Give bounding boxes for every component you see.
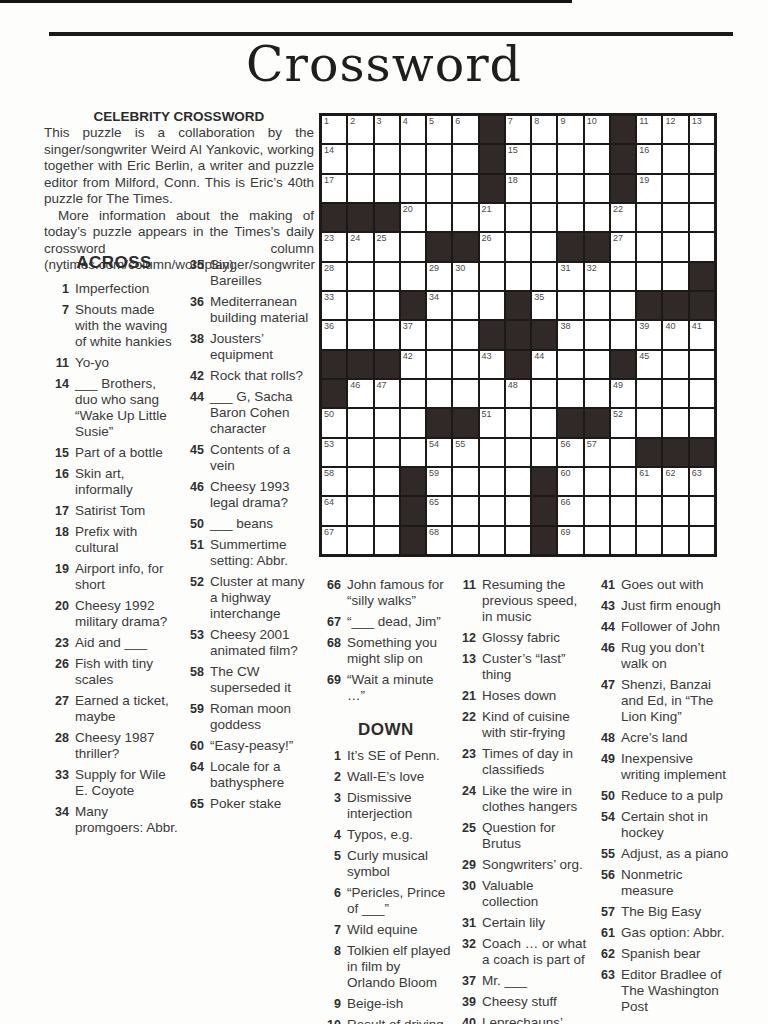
clue-text: It’s SE of Penn. xyxy=(347,748,440,764)
cell-r2c8[interactable]: 15 xyxy=(506,145,530,172)
cell-number-33: 33 xyxy=(324,292,334,302)
cell-r15c10[interactable]: 69 xyxy=(558,527,582,554)
clue-text: Times of day in classifieds xyxy=(482,746,590,778)
clue-across-7: 7Shouts made with the waving of white ha… xyxy=(48,302,180,350)
clue-down-32: 32Coach … or what a coach is part of xyxy=(455,936,590,968)
clue-down-30: 30Valuable collection xyxy=(455,878,590,910)
cell-r2c14[interactable] xyxy=(663,145,687,172)
cell-r12c8[interactable] xyxy=(506,439,530,466)
cell-r15c9-black xyxy=(532,527,556,554)
cell-r15c8[interactable] xyxy=(506,527,530,554)
cell-r7c11[interactable] xyxy=(585,292,609,319)
cell-r1c10[interactable]: 9 xyxy=(558,116,582,143)
cell-r10c3[interactable]: 47 xyxy=(375,380,399,407)
clue-down-37: 37Mr. ___ xyxy=(455,973,590,989)
cell-r10c7[interactable] xyxy=(480,380,504,407)
cell-r4c12[interactable]: 22 xyxy=(611,204,635,231)
clue-number: 46 xyxy=(183,479,210,511)
clue-down-48: 48Acre’s land xyxy=(594,730,734,746)
cell-number-18: 18 xyxy=(508,175,518,185)
down-clues-3: 41Goes out with43Just firm enough44Follo… xyxy=(594,577,734,1015)
cell-r14c10[interactable]: 66 xyxy=(558,497,582,524)
cell-number-23: 23 xyxy=(324,233,334,243)
cell-r15c5[interactable]: 68 xyxy=(427,527,451,554)
clue-number: 62 xyxy=(594,946,621,962)
clue-number: 31 xyxy=(455,915,482,931)
cell-r9c14[interactable] xyxy=(663,351,687,378)
cell-number-6: 6 xyxy=(455,116,460,126)
cell-r1c11[interactable]: 10 xyxy=(585,116,609,143)
cell-r14c11[interactable] xyxy=(585,497,609,524)
cell-number-65: 65 xyxy=(429,497,439,507)
cell-r11c12[interactable]: 52 xyxy=(611,409,635,436)
cell-r11c14[interactable] xyxy=(663,409,687,436)
cell-r11c10-black xyxy=(558,409,582,436)
cell-r13c8[interactable] xyxy=(506,468,530,495)
cell-r4c15[interactable] xyxy=(690,204,714,231)
cell-r12c1[interactable]: 53 xyxy=(322,439,346,466)
clue-number: 59 xyxy=(183,701,210,733)
cell-r13c15[interactable]: 63 xyxy=(690,468,714,495)
cell-r4c13[interactable] xyxy=(637,204,661,231)
cell-r15c13[interactable] xyxy=(637,527,661,554)
clue-number: 25 xyxy=(455,820,482,852)
clue-across-34: 34Many promgoers: Abbr. xyxy=(48,804,180,836)
cell-r6c12[interactable] xyxy=(611,263,635,290)
clue-down-47: 47Shenzi, Banzai and Ed, in “The Lion Ki… xyxy=(594,677,734,725)
cell-r4c14[interactable] xyxy=(663,204,687,231)
cell-r6c10[interactable]: 31 xyxy=(558,263,582,290)
cell-number-3: 3 xyxy=(377,116,382,126)
cell-r8c15[interactable]: 41 xyxy=(690,321,714,348)
cell-r11c2[interactable] xyxy=(348,409,372,436)
cell-r6c14[interactable] xyxy=(663,263,687,290)
clue-text: Hoses down xyxy=(482,688,556,704)
clue-number: 22 xyxy=(455,709,482,741)
cell-r9c2-black xyxy=(348,351,372,378)
cell-r12c4[interactable] xyxy=(401,439,425,466)
cell-r6c4[interactable] xyxy=(401,263,425,290)
clue-text: Jousters’ equipment xyxy=(210,331,314,363)
cell-number-54: 54 xyxy=(429,439,439,449)
cell-number-56: 56 xyxy=(560,439,570,449)
cell-r7c7[interactable] xyxy=(480,292,504,319)
cell-r6c2[interactable] xyxy=(348,263,372,290)
cell-r15c11[interactable] xyxy=(585,527,609,554)
clue-text: Custer’s “last” thing xyxy=(482,651,590,683)
clue-text: Cheesy 1993 legal drama? xyxy=(210,479,314,511)
cell-r2c6[interactable] xyxy=(453,145,477,172)
cell-r13c11[interactable] xyxy=(585,468,609,495)
cell-r1c14[interactable]: 12 xyxy=(663,116,687,143)
cell-r5c9[interactable] xyxy=(532,233,556,260)
cell-r3c12-black xyxy=(611,175,635,202)
cell-r9c11[interactable] xyxy=(585,351,609,378)
clue-number: 11 xyxy=(455,577,482,625)
cell-r4c9[interactable] xyxy=(532,204,556,231)
cell-number-39: 39 xyxy=(639,321,649,331)
clue-text: Wall-E’s love xyxy=(347,769,424,785)
cell-r1c6[interactable]: 6 xyxy=(453,116,477,143)
cell-r9c4[interactable]: 42 xyxy=(401,351,425,378)
clue-number: 68 xyxy=(320,635,347,667)
cell-r3c9[interactable] xyxy=(532,175,556,202)
clue-text: Result of driving on ice, perhaps xyxy=(347,1017,452,1024)
cell-r1c9[interactable]: 8 xyxy=(532,116,556,143)
cell-r12c2[interactable] xyxy=(348,439,372,466)
clue-text: The Big Easy xyxy=(621,904,701,920)
cell-r14c14[interactable] xyxy=(663,497,687,524)
cell-r6c6[interactable]: 30 xyxy=(453,263,477,290)
across-clue-column-1: ACROSS 1Imperfection7Shouts made with th… xyxy=(48,253,180,841)
cell-r8c10[interactable]: 38 xyxy=(558,321,582,348)
cell-r10c5[interactable] xyxy=(427,380,451,407)
cell-r6c11[interactable]: 32 xyxy=(585,263,609,290)
cell-r13c1[interactable]: 58 xyxy=(322,468,346,495)
cell-r6c1[interactable]: 28 xyxy=(322,263,346,290)
cell-r7c6[interactable] xyxy=(453,292,477,319)
clue-down-49: 49Inexpensive writing implement xyxy=(594,751,734,783)
cell-r8c13[interactable]: 39 xyxy=(637,321,661,348)
cell-r3c4[interactable] xyxy=(401,175,425,202)
cell-r1c5[interactable]: 5 xyxy=(427,116,451,143)
cell-r3c13[interactable]: 19 xyxy=(637,175,661,202)
cell-r13c6[interactable] xyxy=(453,468,477,495)
clue-down-55: 55Adjust, as a piano xyxy=(594,846,734,862)
clue-text: “Easy-peasy!” xyxy=(210,738,293,754)
cell-r10c14[interactable] xyxy=(663,380,687,407)
cell-r4c11[interactable] xyxy=(585,204,609,231)
clue-down-44: 44Follower of John xyxy=(594,619,734,635)
cell-r4c5[interactable] xyxy=(427,204,451,231)
cell-number-28: 28 xyxy=(324,263,334,273)
cell-r15c1[interactable]: 67 xyxy=(322,527,346,554)
cell-r11c13[interactable] xyxy=(637,409,661,436)
cell-r3c8[interactable]: 18 xyxy=(506,175,530,202)
clue-text: Cluster at many a highway interchange xyxy=(210,574,314,622)
cell-r3c15[interactable] xyxy=(690,175,714,202)
cell-r14c1[interactable]: 64 xyxy=(322,497,346,524)
cell-r8c12[interactable] xyxy=(611,321,635,348)
cell-r2c11[interactable] xyxy=(585,145,609,172)
cell-r12c13-black xyxy=(637,439,661,466)
cell-r2c3[interactable] xyxy=(375,145,399,172)
cell-r8c1[interactable]: 36 xyxy=(322,321,346,348)
cell-r14c7[interactable] xyxy=(480,497,504,524)
cell-r2c10[interactable] xyxy=(558,145,582,172)
clue-text: Spanish bear xyxy=(621,946,701,962)
cell-r10c12[interactable]: 49 xyxy=(611,380,635,407)
cell-r14c3[interactable] xyxy=(375,497,399,524)
cell-r2c13[interactable]: 16 xyxy=(637,145,661,172)
cell-r11c15[interactable] xyxy=(690,409,714,436)
cell-r14c6[interactable] xyxy=(453,497,477,524)
cell-r11c1[interactable]: 50 xyxy=(322,409,346,436)
clue-text: Cheesy 1987 thriller? xyxy=(75,730,180,762)
cell-r4c10[interactable] xyxy=(558,204,582,231)
cell-r9c9[interactable]: 44 xyxy=(532,351,556,378)
clue-across-23: 23Aid and ___ xyxy=(48,635,180,651)
cell-r7c3[interactable] xyxy=(375,292,399,319)
clue-text: Fish with tiny scales xyxy=(75,656,180,688)
cell-r1c4[interactable]: 4 xyxy=(401,116,425,143)
clue-number: 50 xyxy=(183,516,210,532)
cell-r9c10[interactable] xyxy=(558,351,582,378)
cell-r15c12[interactable] xyxy=(611,527,635,554)
cell-r5c15[interactable] xyxy=(690,233,714,260)
cell-r9c7[interactable]: 43 xyxy=(480,351,504,378)
cell-r4c7[interactable]: 21 xyxy=(480,204,504,231)
cell-number-11: 11 xyxy=(639,116,648,126)
cell-r15c7[interactable] xyxy=(480,527,504,554)
cell-r10c13[interactable] xyxy=(637,380,661,407)
cell-r8c11[interactable] xyxy=(585,321,609,348)
cell-r9c5[interactable] xyxy=(427,351,451,378)
clue-text: Glossy fabric xyxy=(482,630,560,646)
cell-r1c8[interactable]: 7 xyxy=(506,116,530,143)
clue-text: Locale for a bathysphere xyxy=(210,759,314,791)
clue-text: “Wait a minute …” xyxy=(347,672,452,704)
clue-text: The CW superseded it xyxy=(210,664,314,696)
cell-r11c8[interactable] xyxy=(506,409,530,436)
cell-r1c15[interactable]: 13 xyxy=(690,116,714,143)
cell-r1c1[interactable]: 1 xyxy=(322,116,346,143)
cell-r3c10[interactable] xyxy=(558,175,582,202)
cell-r12c5[interactable]: 54 xyxy=(427,439,451,466)
cell-r5c8[interactable] xyxy=(506,233,530,260)
cell-r4c8[interactable] xyxy=(506,204,530,231)
cell-r12c6[interactable]: 55 xyxy=(453,439,477,466)
cell-r1c13[interactable]: 11 xyxy=(637,116,661,143)
cell-r15c15[interactable] xyxy=(690,527,714,554)
cell-r12c12[interactable] xyxy=(611,439,635,466)
cell-r2c5[interactable] xyxy=(427,145,451,172)
cell-number-64: 64 xyxy=(324,497,334,507)
clue-number: 64 xyxy=(183,759,210,791)
cell-r11c3[interactable] xyxy=(375,409,399,436)
clue-down-23: 23Times of day in classifieds xyxy=(455,746,590,778)
cell-r8c3[interactable] xyxy=(375,321,399,348)
cell-r5c14[interactable] xyxy=(663,233,687,260)
cell-r5c2[interactable]: 24 xyxy=(348,233,372,260)
clue-number: 24 xyxy=(455,783,482,815)
clue-number: 1 xyxy=(48,281,75,297)
clue-across-50: 50___ beans xyxy=(183,516,314,532)
clue-text: Coach … or what a coach is part of xyxy=(482,936,590,968)
cell-r15c2[interactable] xyxy=(348,527,372,554)
cell-r13c7[interactable] xyxy=(480,468,504,495)
clue-text: Certain lily xyxy=(482,915,545,931)
cell-r6c3[interactable] xyxy=(375,263,399,290)
clue-text: Cheesy stuff xyxy=(482,994,557,1010)
cell-r8c6[interactable] xyxy=(453,321,477,348)
cell-r9c15[interactable] xyxy=(690,351,714,378)
clue-number: 35 xyxy=(183,257,210,289)
clue-text: Aid and ___ xyxy=(75,635,147,651)
clue-text: Gas option: Abbr. xyxy=(621,925,725,941)
clue-text: Wild equine xyxy=(347,922,418,938)
cell-r12c3[interactable] xyxy=(375,439,399,466)
cell-r14c15[interactable] xyxy=(690,497,714,524)
cell-r1c3[interactable]: 3 xyxy=(375,116,399,143)
cell-r14c5[interactable]: 65 xyxy=(427,497,451,524)
cell-r11c5-black xyxy=(427,409,451,436)
cell-r14c12[interactable] xyxy=(611,497,635,524)
cell-r12c11[interactable]: 57 xyxy=(585,439,609,466)
clue-text: Contents of a vein xyxy=(210,442,314,474)
cell-number-24: 24 xyxy=(350,233,360,243)
cell-r13c5[interactable]: 59 xyxy=(427,468,451,495)
cell-r3c5[interactable] xyxy=(427,175,451,202)
cell-r5c12[interactable]: 27 xyxy=(611,233,635,260)
cell-r7c5[interactable]: 34 xyxy=(427,292,451,319)
cell-r13c3[interactable] xyxy=(375,468,399,495)
cell-r6c7[interactable] xyxy=(480,263,504,290)
clue-text: Mediterranean building material xyxy=(210,294,314,326)
cell-r12c9[interactable] xyxy=(532,439,556,466)
cell-r12c10[interactable]: 56 xyxy=(558,439,582,466)
cell-r13c13[interactable]: 61 xyxy=(637,468,661,495)
cell-r10c2[interactable]: 46 xyxy=(348,380,372,407)
cell-number-45: 45 xyxy=(639,351,649,361)
cell-r14c8[interactable] xyxy=(506,497,530,524)
cell-r13c14[interactable]: 62 xyxy=(663,468,687,495)
clue-text: Resuming the previous speed, in music xyxy=(482,577,590,625)
cell-r8c2[interactable] xyxy=(348,321,372,348)
cell-r10c10[interactable] xyxy=(558,380,582,407)
down-clues-1: 1It’s SE of Penn.2Wall-E’s love3Dismissi… xyxy=(320,748,452,1024)
cell-r12c7[interactable] xyxy=(480,439,504,466)
cell-r15c6[interactable] xyxy=(453,527,477,554)
cell-r10c15[interactable] xyxy=(690,380,714,407)
cell-r7c1[interactable]: 33 xyxy=(322,292,346,319)
cell-r10c8[interactable]: 48 xyxy=(506,380,530,407)
cell-r10c4[interactable] xyxy=(401,380,425,407)
cell-number-51: 51 xyxy=(482,409,492,419)
clue-number: 21 xyxy=(455,688,482,704)
clue-text: Poker stake xyxy=(210,796,281,812)
cell-number-35: 35 xyxy=(534,292,544,302)
cell-r14c2[interactable] xyxy=(348,497,372,524)
bottom-clue-column-1: 66John famous for “silly walks”67“___ de… xyxy=(320,577,452,1024)
cell-r13c10[interactable]: 60 xyxy=(558,468,582,495)
cell-r15c3[interactable] xyxy=(375,527,399,554)
cell-r9c13[interactable]: 45 xyxy=(637,351,661,378)
cell-r6c5[interactable]: 29 xyxy=(427,263,451,290)
cell-r2c4[interactable] xyxy=(401,145,425,172)
cell-r7c10[interactable] xyxy=(558,292,582,319)
cell-r3c1[interactable]: 17 xyxy=(322,175,346,202)
clue-number: 44 xyxy=(183,389,210,437)
cell-r5c4[interactable] xyxy=(401,233,425,260)
across-clues-2: 35Singer/songwriter Bareilles36Mediterra… xyxy=(183,257,314,812)
clue-text: John famous for “silly walks” xyxy=(347,577,452,609)
cell-r14c13[interactable] xyxy=(637,497,661,524)
cell-r2c9[interactable] xyxy=(532,145,556,172)
cell-r3c14[interactable] xyxy=(663,175,687,202)
clue-text: Question for Brutus xyxy=(482,820,590,852)
clue-across-59: 59Roman moon goddess xyxy=(183,701,314,733)
clue-text: Airport info, for short xyxy=(75,561,180,593)
cell-r5c3[interactable]: 25 xyxy=(375,233,399,260)
cell-r5c11-black xyxy=(585,233,609,260)
clue-number: 39 xyxy=(455,994,482,1010)
cell-r1c2[interactable]: 2 xyxy=(348,116,372,143)
cell-r7c9[interactable]: 35 xyxy=(532,292,556,319)
cell-r3c3[interactable] xyxy=(375,175,399,202)
cell-r10c9[interactable] xyxy=(532,380,556,407)
cell-r8c7-black xyxy=(480,321,504,348)
cell-r8c4[interactable]: 37 xyxy=(401,321,425,348)
clue-number: 51 xyxy=(183,537,210,569)
cell-r11c4[interactable] xyxy=(401,409,425,436)
clue-text: Supply for Wile E. Coyote xyxy=(75,767,180,799)
cell-r13c2[interactable] xyxy=(348,468,372,495)
cell-r7c2[interactable] xyxy=(348,292,372,319)
clue-down-21: 21Hoses down xyxy=(455,688,590,704)
clue-text: “Pericles, Prince of ___” xyxy=(347,885,452,917)
clue-number: 63 xyxy=(594,967,621,1015)
cell-r10c11[interactable] xyxy=(585,380,609,407)
clue-down-2: 2Wall-E’s love xyxy=(320,769,452,785)
cell-r11c7[interactable]: 51 xyxy=(480,409,504,436)
cell-r9c6[interactable] xyxy=(453,351,477,378)
clue-text: Summertime setting: Abbr. xyxy=(210,537,314,569)
cell-r13c12[interactable] xyxy=(611,468,635,495)
clue-number: 69 xyxy=(320,672,347,704)
cell-r8c5[interactable] xyxy=(427,321,451,348)
cell-r2c1[interactable]: 14 xyxy=(322,145,346,172)
cell-r8c14[interactable]: 40 xyxy=(663,321,687,348)
cell-r2c7-black xyxy=(480,145,504,172)
clue-number: 23 xyxy=(48,635,75,651)
cell-r3c11[interactable] xyxy=(585,175,609,202)
clue-across-27: 27Earned a ticket, maybe xyxy=(48,693,180,725)
cell-r6c13[interactable] xyxy=(637,263,661,290)
cell-r4c6[interactable] xyxy=(453,204,477,231)
cell-number-38: 38 xyxy=(560,321,570,331)
cell-r6c9[interactable] xyxy=(532,263,556,290)
cell-r2c15[interactable] xyxy=(690,145,714,172)
cell-r8c9-black xyxy=(532,321,556,348)
clue-text: Roman moon goddess xyxy=(210,701,314,733)
clue-number: 27 xyxy=(48,693,75,725)
cell-r2c2[interactable] xyxy=(348,145,372,172)
clue-number: 12 xyxy=(455,630,482,646)
clue-down-8: 8Tolkien elf played in film by Orlando B… xyxy=(320,943,452,991)
cell-r3c2[interactable] xyxy=(348,175,372,202)
cell-r7c13-black xyxy=(637,292,661,319)
cell-r10c6[interactable] xyxy=(453,380,477,407)
clue-number: 40 xyxy=(455,1015,482,1024)
cell-r5c13[interactable] xyxy=(637,233,661,260)
clue-across-51: 51Summertime setting: Abbr. xyxy=(183,537,314,569)
cell-r6c8[interactable] xyxy=(506,263,530,290)
cell-r11c6-black xyxy=(453,409,477,436)
cell-r11c9[interactable] xyxy=(532,409,556,436)
cell-number-17: 17 xyxy=(324,175,334,185)
across-clue-column-2: 35Singer/songwriter Bareilles36Mediterra… xyxy=(183,257,314,817)
cell-r5c1[interactable]: 23 xyxy=(322,233,346,260)
clue-text: Adjust, as a piano xyxy=(621,846,728,862)
clue-down-24: 24Like the wire in clothes hangers xyxy=(455,783,590,815)
cell-r4c4[interactable]: 20 xyxy=(401,204,425,231)
cell-r7c12[interactable] xyxy=(611,292,635,319)
cell-r7c8-black xyxy=(506,292,530,319)
cell-r3c6[interactable] xyxy=(453,175,477,202)
cell-r15c14[interactable] xyxy=(663,527,687,554)
cell-r5c7[interactable]: 26 xyxy=(480,233,504,260)
